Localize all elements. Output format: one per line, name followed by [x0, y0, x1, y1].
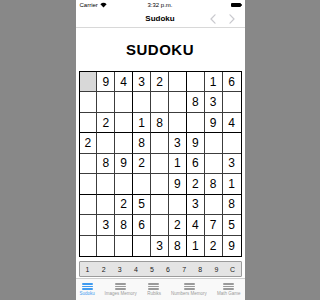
status-right [231, 3, 241, 8]
list-icon [115, 283, 126, 290]
cell-r8c8[interactable]: 7 [205, 215, 223, 235]
cell-r9c8[interactable]: 2 [205, 236, 223, 256]
back-chevron-icon[interactable] [210, 14, 216, 24]
heading-wrap: SUDOKU [76, 28, 245, 71]
cell-r7c5[interactable] [151, 195, 169, 215]
tab-label: Numbers Memory [171, 291, 207, 296]
cell-r7c8[interactable] [205, 195, 223, 215]
cell-r9c3[interactable] [115, 236, 133, 256]
cell-r8c9[interactable]: 5 [223, 215, 241, 235]
cell-r5c5[interactable] [151, 154, 169, 174]
cell-r3c8[interactable]: 9 [205, 113, 223, 133]
cell-r7c1[interactable] [80, 195, 98, 215]
cell-r1c6[interactable] [169, 72, 187, 92]
cell-r2c9[interactable] [223, 92, 241, 112]
battery-icon [231, 3, 241, 8]
tab-label: Images Memory [104, 291, 136, 296]
cell-r1c2[interactable]: 9 [97, 72, 115, 92]
cell-r8c3[interactable]: 8 [115, 215, 133, 235]
cell-r2c6[interactable] [169, 92, 187, 112]
cell-r5c9[interactable]: 3 [223, 154, 241, 174]
cell-r2c8[interactable]: 3 [205, 92, 223, 112]
cell-r4c2[interactable] [97, 133, 115, 153]
cell-r8c5[interactable] [151, 215, 169, 235]
cell-r4c6[interactable]: 3 [169, 133, 187, 153]
cell-r6c7[interactable]: 2 [187, 174, 205, 194]
tab-bar: SudokuImages MemoryRubiksNumbers MemoryM… [76, 278, 245, 300]
cell-r3c2[interactable]: 2 [97, 113, 115, 133]
cell-r4c9[interactable] [223, 133, 241, 153]
tab-label: Rubiks [147, 291, 161, 296]
cell-r5c8[interactable] [205, 154, 223, 174]
cell-r9c2[interactable] [97, 236, 115, 256]
cell-r2c1[interactable] [80, 92, 98, 112]
cell-r6c4[interactable] [133, 174, 151, 194]
cell-r7c4[interactable]: 5 [133, 195, 151, 215]
cell-r3c5[interactable]: 8 [151, 113, 169, 133]
cell-r5c1[interactable] [80, 154, 98, 174]
cell-r7c7[interactable]: 3 [187, 195, 205, 215]
cell-r1c5[interactable]: 2 [151, 72, 169, 92]
numpad-key-8[interactable]: 8 [192, 262, 208, 276]
cell-r9c9[interactable]: 9 [223, 236, 241, 256]
nav-title: Sudoku [145, 14, 174, 23]
cell-r2c4[interactable] [133, 92, 151, 112]
cell-r7c9[interactable]: 8 [223, 195, 241, 215]
cell-r2c2[interactable] [97, 92, 115, 112]
cell-r6c1[interactable] [80, 174, 98, 194]
status-bar: Carrier 3:32 p.m. [76, 0, 245, 10]
cell-r8c4[interactable]: 6 [133, 215, 151, 235]
cell-r2c5[interactable] [151, 92, 169, 112]
cell-r6c2[interactable] [97, 174, 115, 194]
cell-r6c9[interactable]: 1 [223, 174, 241, 194]
cell-r2c7[interactable]: 8 [187, 92, 205, 112]
cell-r5c2[interactable]: 8 [97, 154, 115, 174]
numpad-key-5[interactable]: 5 [144, 262, 160, 276]
app-screen: Carrier 3:32 p.m. Sudoku SUDOKU 94321683… [76, 0, 245, 300]
cell-r1c9[interactable]: 6 [223, 72, 241, 92]
tab-math-game[interactable]: Math Game [213, 279, 244, 300]
numpad-key-clear[interactable]: C [224, 262, 240, 276]
cell-r1c7[interactable] [187, 72, 205, 92]
cell-r7c3[interactable]: 2 [115, 195, 133, 215]
cell-r4c5[interactable] [151, 133, 169, 153]
cell-r3c1[interactable] [80, 113, 98, 133]
numpad-key-3[interactable]: 3 [112, 262, 128, 276]
cell-r8c2[interactable]: 3 [97, 215, 115, 235]
list-icon [148, 283, 159, 290]
cell-r1c8[interactable]: 1 [205, 72, 223, 92]
tab-rubiks[interactable]: Rubiks [142, 279, 165, 300]
cell-r6c3[interactable] [115, 174, 133, 194]
nav-bar: Sudoku [76, 10, 245, 28]
cell-r8c1[interactable] [80, 215, 98, 235]
cell-r5c6[interactable]: 1 [169, 154, 187, 174]
tab-numbers-memory[interactable]: Numbers Memory [165, 279, 213, 300]
cell-r3c4[interactable]: 1 [133, 113, 151, 133]
cell-r4c8[interactable] [205, 133, 223, 153]
cell-r1c1[interactable] [80, 72, 98, 92]
forward-chevron-icon[interactable] [229, 14, 235, 24]
cell-r3c9[interactable]: 4 [223, 113, 241, 133]
cell-r4c1[interactable]: 2 [80, 133, 98, 153]
grid-wrap: 9432168321894283989216392812538386247538… [76, 71, 245, 257]
cell-r3c3[interactable] [115, 113, 133, 133]
cell-r5c4[interactable]: 2 [133, 154, 151, 174]
tab-sudoku[interactable]: Sudoku [76, 279, 99, 300]
cell-r9c4[interactable] [133, 236, 151, 256]
cell-r6c8[interactable]: 8 [205, 174, 223, 194]
cell-r3c7[interactable] [187, 113, 205, 133]
tab-label: Sudoku [80, 291, 95, 296]
cell-r4c4[interactable]: 8 [133, 133, 151, 153]
number-pad: 123456789C [79, 261, 242, 277]
numpad-key-7[interactable]: 7 [176, 262, 192, 276]
cell-r7c6[interactable] [169, 195, 187, 215]
list-icon [82, 283, 93, 290]
cell-r2c3[interactable] [115, 92, 133, 112]
list-icon [223, 283, 234, 290]
cell-r8c6[interactable]: 2 [169, 215, 187, 235]
cell-r4c7[interactable]: 9 [187, 133, 205, 153]
cell-r6c6[interactable]: 9 [169, 174, 187, 194]
cell-r1c3[interactable]: 4 [115, 72, 133, 92]
cell-r5c7[interactable]: 6 [187, 154, 205, 174]
numpad-key-2[interactable]: 2 [96, 262, 112, 276]
numpad-key-9[interactable]: 9 [208, 262, 224, 276]
cell-r9c6[interactable]: 8 [169, 236, 187, 256]
cell-r1c4[interactable]: 3 [133, 72, 151, 92]
cell-r9c7[interactable]: 1 [187, 236, 205, 256]
cell-r9c1[interactable] [80, 236, 98, 256]
cell-r6c5[interactable] [151, 174, 169, 194]
numpad-key-4[interactable]: 4 [128, 262, 144, 276]
cell-r5c3[interactable]: 9 [115, 154, 133, 174]
page-title: SUDOKU [126, 41, 194, 58]
cell-r9c5[interactable]: 3 [151, 236, 169, 256]
tab-images-memory[interactable]: Images Memory [99, 279, 142, 300]
numpad-key-1[interactable]: 1 [80, 262, 96, 276]
clock: 3:32 p.m. [76, 2, 245, 8]
numpad-key-6[interactable]: 6 [160, 262, 176, 276]
sudoku-grid: 9432168321894283989216392812538386247538… [79, 71, 242, 257]
nav-arrows [210, 10, 235, 27]
tab-label: Math Game [217, 291, 241, 296]
cell-r7c2[interactable] [97, 195, 115, 215]
cell-r8c7[interactable]: 4 [187, 215, 205, 235]
cell-r3c6[interactable] [169, 113, 187, 133]
cell-r4c3[interactable] [115, 133, 133, 153]
list-icon [184, 283, 195, 290]
